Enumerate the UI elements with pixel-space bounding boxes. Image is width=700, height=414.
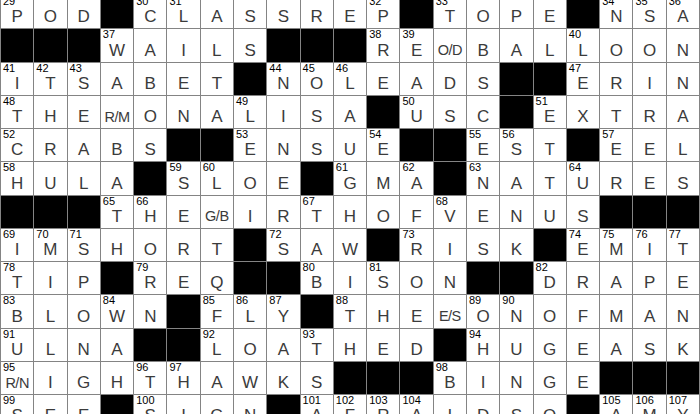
cell-r12c2[interactable]: E (68, 395, 101, 414)
cell-r5c16[interactable]: T (534, 162, 567, 195)
cell-r8c5[interactable]: E (167, 262, 200, 295)
cell-r6c15[interactable]: N (500, 196, 533, 229)
cell-r0c8[interactable]: S (267, 0, 300, 29)
cell-r3c6[interactable]: A (201, 96, 234, 129)
cell-r4c2[interactable]: A (68, 129, 101, 162)
cell-r12c12[interactable]: 104A (400, 395, 433, 414)
cell-r1c16[interactable]: L (534, 29, 567, 62)
cell-r5c19[interactable]: E (633, 162, 666, 195)
cell-r6c3[interactable]: 65T (101, 196, 134, 229)
cell-r9c1[interactable]: L (34, 295, 67, 328)
cell-r3c10[interactable]: A (334, 96, 367, 129)
cell-r5c12[interactable]: 62A (400, 162, 433, 195)
cell-letter: F (567, 308, 599, 325)
cell-r1c12[interactable]: 39E (400, 29, 433, 62)
cell-letter: E (400, 42, 432, 59)
cell-r10c3[interactable]: A (101, 329, 134, 362)
cell-r10c18[interactable]: A (600, 329, 633, 362)
cell-r2c19[interactable]: I (633, 63, 666, 96)
cell-r12c14[interactable]: D (467, 395, 500, 414)
cell-r1c15[interactable]: A (500, 29, 533, 62)
cell-r9c7[interactable]: 86L (234, 295, 267, 328)
cell-r7c5[interactable]: R (167, 229, 200, 262)
cell-r9c2[interactable]: O (68, 295, 101, 328)
cell-letter: L (68, 175, 100, 192)
cell-r8c11[interactable]: 81S (367, 262, 400, 295)
cell-r5c15[interactable]: A (500, 162, 533, 195)
clue-number: 65 (103, 196, 115, 208)
cell-r6c9[interactable]: 67T (301, 196, 334, 229)
cell-r4c19[interactable]: E (633, 129, 666, 162)
cell-r6c5[interactable]: E (167, 196, 200, 229)
cell-r8c10[interactable]: I (334, 262, 367, 295)
cell-r12c5[interactable]: I (167, 395, 200, 414)
cell-r11c17[interactable]: E (567, 362, 600, 395)
cell-letter: O (400, 274, 432, 291)
cell-r3c3[interactable]: R/M (101, 96, 134, 129)
cell-r0c4[interactable]: 30C (134, 0, 167, 29)
cell-r5c17[interactable]: 64U (567, 162, 600, 195)
cell-r1c6[interactable]: L (201, 29, 234, 62)
cell-letter: E (68, 407, 100, 414)
cell-r1c3[interactable]: 37W (101, 29, 134, 62)
cell-r11c5[interactable]: 97H (167, 362, 200, 395)
cell-r7c14[interactable]: S (467, 229, 500, 262)
cell-r4c3[interactable]: B (101, 129, 134, 162)
cell-r2c14[interactable]: S (467, 63, 500, 96)
cell-r10c16[interactable]: G (534, 329, 567, 362)
cell-r0c18[interactable]: 34N (600, 0, 633, 29)
cell-r10c15[interactable]: U (500, 329, 533, 362)
cell-r0c15[interactable]: P (500, 0, 533, 29)
cell-r11c13[interactable]: 98B (434, 362, 467, 395)
black-cell-r8c3 (101, 262, 134, 295)
cell-r10c12[interactable]: D (400, 329, 433, 362)
cell-r11c7[interactable]: W (234, 362, 267, 395)
cell-r8c6[interactable]: Q (201, 262, 234, 295)
cell-r2c0[interactable]: 41I (1, 63, 34, 96)
cell-r7c10[interactable]: W (334, 229, 367, 262)
cell-r2c10[interactable]: 46L (334, 63, 367, 96)
cell-r1c11[interactable]: 38R (367, 29, 400, 62)
cell-letter: M (633, 407, 665, 414)
cell-r5c10[interactable]: 61G (334, 162, 367, 195)
cell-r5c8[interactable]: E (267, 162, 300, 195)
cell-letter: N (667, 75, 699, 92)
cell-r7c8[interactable]: 72S (267, 229, 300, 262)
cell-r4c1[interactable]: R (34, 129, 67, 162)
cell-r3c14[interactable]: C (467, 96, 500, 129)
cell-letter: E (367, 75, 399, 92)
cell-letter: R (34, 141, 66, 158)
black-cell-r11c12 (400, 362, 433, 395)
cell-r11c8[interactable]: K (267, 362, 300, 395)
cell-r5c20[interactable]: S (667, 162, 700, 195)
cell-r1c13[interactable]: O/D (434, 29, 467, 62)
cell-r3c20[interactable]: A (667, 96, 700, 129)
cell-r8c0[interactable]: 78T (1, 262, 34, 295)
cell-r11c1[interactable]: I (34, 362, 67, 395)
cell-r9c20[interactable]: N (667, 295, 700, 328)
clue-number: 76 (635, 229, 647, 241)
clue-number: 84 (103, 295, 115, 307)
cell-r6c17[interactable]: S (567, 196, 600, 229)
cell-r11c0[interactable]: 95R/N (1, 362, 34, 395)
cell-r9c14[interactable]: 89O (467, 295, 500, 328)
cell-r8c16[interactable]: 82D (534, 262, 567, 295)
black-cell-r1c0 (1, 29, 34, 62)
cell-r7c12[interactable]: 73R (400, 229, 433, 262)
cell-r10c19[interactable]: S (633, 329, 666, 362)
cell-r3c9[interactable]: S (301, 96, 334, 129)
cell-r4c8[interactable]: N (267, 129, 300, 162)
cell-r7c4[interactable]: O (134, 229, 167, 262)
cell-r2c9[interactable]: 45O (301, 63, 334, 96)
cell-r3c12[interactable]: 50U (400, 96, 433, 129)
cell-letter: B (134, 75, 166, 92)
cell-r8c20[interactable]: E (667, 262, 700, 295)
cell-r1c14[interactable]: B (467, 29, 500, 62)
cell-r4c11[interactable]: 54E (367, 129, 400, 162)
cell-r9c8[interactable]: 87Y (267, 295, 300, 328)
cell-r12c19[interactable]: 106M (633, 395, 666, 414)
cell-r2c2[interactable]: 43S (68, 63, 101, 96)
cell-r0c13[interactable]: 33T (434, 0, 467, 29)
cell-letter: L (234, 308, 266, 325)
cell-letter: M (34, 241, 66, 258)
cell-r6c16[interactable]: U (534, 196, 567, 229)
cell-r11c2[interactable]: G (68, 362, 101, 395)
cell-r12c13[interactable]: I (434, 395, 467, 414)
cell-r12c7[interactable]: N (234, 395, 267, 414)
black-cell-r0c17 (567, 0, 600, 29)
cell-r9c6[interactable]: 85F (201, 295, 234, 328)
cell-r10c8[interactable]: A (267, 329, 300, 362)
clue-number: 57 (602, 129, 614, 141)
cell-r6c10[interactable]: H (334, 196, 367, 229)
cell-r0c1[interactable]: O (34, 0, 67, 29)
cell-r4c16[interactable]: T (534, 129, 567, 162)
cell-r3c4[interactable]: O (134, 96, 167, 129)
cell-r0c9[interactable]: R (301, 0, 334, 29)
cell-r1c17[interactable]: 40L (567, 29, 600, 62)
cell-r2c11[interactable]: E (367, 63, 400, 96)
cell-r9c18[interactable]: M (600, 295, 633, 328)
cell-r7c2[interactable]: 71S (68, 229, 101, 262)
cell-r12c9[interactable]: 101A (301, 395, 334, 414)
cell-r1c5[interactable]: I (167, 29, 200, 62)
cell-r8c4[interactable]: 79R (134, 262, 167, 295)
cell-r7c13[interactable]: I (434, 229, 467, 262)
cell-r8c2[interactable]: P (68, 262, 101, 295)
cell-r7c6[interactable]: T (201, 229, 234, 262)
cell-letter: A (600, 274, 632, 291)
cell-r11c3[interactable]: H (101, 362, 134, 395)
cell-r10c11[interactable]: E (367, 329, 400, 362)
cell-r5c3[interactable]: A (101, 162, 134, 195)
cell-r6c4[interactable]: 66H (134, 196, 167, 229)
cell-r0c2[interactable]: D (68, 0, 101, 29)
cell-r12c1[interactable]: E (34, 395, 67, 414)
cell-letter: S (1, 407, 33, 414)
cell-r5c7[interactable]: O (234, 162, 267, 195)
cell-r10c2[interactable]: N (68, 329, 101, 362)
cell-letter: S (667, 175, 699, 192)
cell-r2c4[interactable]: B (134, 63, 167, 96)
cell-r5c11[interactable]: M (367, 162, 400, 195)
cell-letter: S (234, 8, 266, 25)
clue-number: 64 (569, 162, 581, 174)
cell-r9c17[interactable]: F (567, 295, 600, 328)
cell-r0c0[interactable]: 29P (1, 0, 34, 29)
cell-r6c6[interactable]: G/B (201, 196, 234, 229)
cell-r4c4[interactable]: S (134, 129, 167, 162)
cell-r4c20[interactable]: L (667, 129, 700, 162)
cell-letter: O (367, 208, 399, 225)
black-cell-r1c1 (34, 29, 67, 62)
cell-r7c19[interactable]: 76I (633, 229, 666, 262)
cell-r5c2[interactable]: L (68, 162, 101, 195)
cell-letter: Y (267, 308, 299, 325)
clue-number: 74 (569, 229, 581, 241)
cell-letter: I (34, 274, 66, 291)
cell-r6c8[interactable]: R (267, 196, 300, 229)
cell-r3c16[interactable]: 51E (534, 96, 567, 129)
cell-r2c17[interactable]: 47E (567, 63, 600, 96)
cell-r0c19[interactable]: 35S (633, 0, 666, 29)
cell-r3c5[interactable]: N (167, 96, 200, 129)
cell-r3c0[interactable]: 48T (1, 96, 34, 129)
cell-letter: S (167, 175, 199, 192)
black-cell-r4c5 (167, 129, 200, 162)
cell-r11c16[interactable]: G (534, 362, 567, 395)
cell-letter: F (334, 407, 366, 414)
cell-r1c4[interactable]: A (134, 29, 167, 62)
cell-r3c7[interactable]: 49L (234, 96, 267, 129)
cell-r9c13[interactable]: E/S (434, 295, 467, 328)
cell-r0c7[interactable]: S (234, 0, 267, 29)
cell-letter: N (267, 141, 299, 158)
cell-r3c1[interactable]: H (34, 96, 67, 129)
cell-r3c19[interactable]: R (633, 96, 666, 129)
cell-letter: U (1, 341, 33, 358)
cell-r4c15[interactable]: 56S (500, 129, 533, 162)
cell-r5c0[interactable]: 58H (1, 162, 34, 195)
cell-r2c1[interactable]: 42T (34, 63, 67, 96)
cell-r9c10[interactable]: 88T (334, 295, 367, 328)
cell-r9c16[interactable]: O (534, 295, 567, 328)
cell-r4c0[interactable]: 52C (1, 129, 34, 162)
cell-letter: T (667, 241, 699, 258)
cell-r12c20[interactable]: 107Y (667, 395, 700, 414)
cell-r2c8[interactable]: 44N (267, 63, 300, 96)
cell-r0c6[interactable]: A (201, 0, 234, 29)
cell-r11c4[interactable]: 96T (134, 362, 167, 395)
cell-r7c3[interactable]: H (101, 229, 134, 262)
cell-r12c18[interactable]: 105A (600, 395, 633, 414)
cell-r3c18[interactable]: T (600, 96, 633, 129)
clue-number: 37 (103, 29, 115, 41)
cell-r4c10[interactable]: U (334, 129, 367, 162)
cell-r10c10[interactable]: H (334, 329, 367, 362)
cell-r2c18[interactable]: R (600, 63, 633, 96)
cell-r7c18[interactable]: 75M (600, 229, 633, 262)
cell-r8c9[interactable]: 80B (301, 262, 334, 295)
clue-number: 78 (3, 262, 15, 274)
cell-r8c17[interactable]: R (567, 262, 600, 295)
cell-letter: A (667, 8, 699, 25)
cell-r10c17[interactable]: E (567, 329, 600, 362)
cell-r9c4[interactable]: N (134, 295, 167, 328)
cell-letter: H (367, 308, 399, 325)
cell-r7c15[interactable]: K (500, 229, 533, 262)
cell-letter: N (234, 407, 266, 414)
cell-r2c6[interactable]: T (201, 63, 234, 96)
clue-number: 81 (369, 262, 381, 274)
cell-letter: S (68, 241, 100, 258)
cell-r10c6[interactable]: 92L (201, 329, 234, 362)
cell-r6c13[interactable]: 68V (434, 196, 467, 229)
clue-number: 96 (136, 362, 148, 374)
cell-r7c20[interactable]: 77T (667, 229, 700, 262)
clue-number: 72 (269, 229, 281, 241)
cell-letter: U (400, 108, 432, 125)
cell-r6c7[interactable]: I (234, 196, 267, 229)
cell-letter: K (267, 374, 299, 391)
cell-r11c9[interactable]: S (301, 362, 334, 395)
cell-r12c16[interactable]: O (534, 395, 567, 414)
cell-r6c12[interactable]: F (400, 196, 433, 229)
cell-letter: R (600, 75, 632, 92)
cell-r2c12[interactable]: A (400, 63, 433, 96)
cell-r8c12[interactable]: O (400, 262, 433, 295)
black-cell-r8c14 (467, 262, 500, 295)
cell-r10c0[interactable]: 91U (1, 329, 34, 362)
cell-letter: U (567, 175, 599, 192)
cell-letter: E (467, 141, 499, 158)
cell-letter: S (134, 141, 166, 158)
cell-r11c6[interactable]: A (201, 362, 234, 395)
clue-number: 53 (236, 129, 248, 141)
cell-r12c6[interactable]: G (201, 395, 234, 414)
cell-r0c20[interactable]: 36A (667, 0, 700, 29)
cell-r4c7[interactable]: 53E (234, 129, 267, 162)
cell-r2c5[interactable]: E (167, 63, 200, 96)
cell-letter: U (534, 208, 566, 225)
cell-r7c9[interactable]: A (301, 229, 334, 262)
cell-r2c3[interactable]: A (101, 63, 134, 96)
cell-r7c17[interactable]: 74E (567, 229, 600, 262)
cell-r7c1[interactable]: 70M (34, 229, 67, 262)
cell-r1c7[interactable]: S (234, 29, 267, 62)
cell-r9c11[interactable]: H (367, 295, 400, 328)
cell-letter: H (1, 175, 33, 192)
cell-r8c1[interactable]: I (34, 262, 67, 295)
clue-number: 60 (203, 162, 215, 174)
cell-r10c9[interactable]: 93T (301, 329, 334, 362)
clue-number: 45 (303, 63, 315, 75)
cell-r10c20[interactable]: K (667, 329, 700, 362)
cell-letter: O (301, 75, 333, 92)
cell-letter: A (334, 108, 366, 125)
cell-r12c11[interactable]: 103R (367, 395, 400, 414)
cell-r0c5[interactable]: 31L (167, 0, 200, 29)
cell-letter: A (400, 175, 432, 192)
cell-r3c2[interactable]: E (68, 96, 101, 129)
clue-number: 58 (3, 162, 15, 174)
cell-r9c3[interactable]: 84W (101, 295, 134, 328)
black-cell-r12c17 (567, 395, 600, 414)
cell-r0c14[interactable]: O (467, 0, 500, 29)
cell-letter: F (201, 308, 233, 325)
cell-r7c0[interactable]: 69I (1, 229, 34, 262)
cell-r9c12[interactable]: E (400, 295, 433, 328)
cell-r11c14[interactable]: I (467, 362, 500, 395)
cell-letter: D (467, 407, 499, 414)
cell-r5c14[interactable]: 63N (467, 162, 500, 195)
cell-r0c16[interactable]: E (534, 0, 567, 29)
cell-r9c15[interactable]: 90N (500, 295, 533, 328)
cell-r10c1[interactable]: L (34, 329, 67, 362)
cell-letter: V (434, 208, 466, 225)
cell-r12c4[interactable]: 100S (134, 395, 167, 414)
cell-r1c18[interactable]: O (600, 29, 633, 62)
cell-r8c13[interactable]: N (434, 262, 467, 295)
cell-r2c13[interactable]: D (434, 63, 467, 96)
cell-r12c10[interactable]: 102F (334, 395, 367, 414)
cell-r6c14[interactable]: E (467, 196, 500, 229)
clue-number: 39 (402, 29, 414, 41)
cell-r10c7[interactable]: O (234, 329, 267, 362)
cell-r3c17[interactable]: X (567, 96, 600, 129)
cell-r3c8[interactable]: I (267, 96, 300, 129)
cell-r5c18[interactable]: R (600, 162, 633, 195)
cell-r9c0[interactable]: 83B (1, 295, 34, 328)
cell-r8c19[interactable]: P (633, 262, 666, 295)
cell-r4c18[interactable]: 57E (600, 129, 633, 162)
cell-r1c20[interactable]: N (667, 29, 700, 62)
cell-r5c5[interactable]: 59S (167, 162, 200, 195)
cell-r0c10[interactable]: E (334, 0, 367, 29)
cell-letter: A (600, 407, 632, 414)
cell-r1c19[interactable]: O (633, 29, 666, 62)
cell-letter: R (633, 108, 665, 125)
cell-letter: P (367, 8, 399, 25)
cell-letter: G (334, 175, 366, 192)
cell-r5c1[interactable]: U (34, 162, 67, 195)
cell-r10c14[interactable]: 94H (467, 329, 500, 362)
clue-number: 95 (3, 362, 15, 374)
cell-r2c20[interactable]: N (667, 63, 700, 96)
cell-r12c0[interactable]: 99S (1, 395, 34, 414)
cell-r6c11[interactable]: O (367, 196, 400, 229)
cell-letter: D (400, 341, 432, 358)
cell-r0c11[interactable]: 32P (367, 0, 400, 29)
cell-letter: H (134, 208, 166, 225)
cell-letter: E (167, 274, 199, 291)
cell-letter: O (600, 42, 632, 59)
clue-number: 41 (3, 63, 15, 75)
cell-r11c15[interactable]: N (500, 362, 533, 395)
cell-r3c13[interactable]: S (434, 96, 467, 129)
cell-r12c15[interactable]: S (500, 395, 533, 414)
cell-r4c14[interactable]: 55E (467, 129, 500, 162)
cell-letter: R (301, 8, 333, 25)
cell-r9c19[interactable]: A (633, 295, 666, 328)
cell-r5c6[interactable]: 60L (201, 162, 234, 195)
cell-r8c18[interactable]: A (600, 262, 633, 295)
cell-r4c9[interactable]: S (301, 129, 334, 162)
